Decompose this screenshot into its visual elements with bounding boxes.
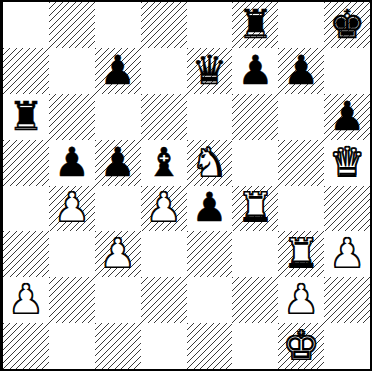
square-c6[interactable] [95,94,141,140]
square-h2[interactable] [324,277,370,323]
square-b2[interactable] [49,277,95,323]
square-d6[interactable] [141,94,187,140]
square-e3[interactable] [187,231,233,277]
square-e1[interactable] [187,323,233,369]
square-h1[interactable] [324,323,370,369]
white-queen-piece[interactable]: ♛ [329,142,365,182]
square-e7[interactable]: ♛ [187,48,233,94]
square-d3[interactable] [141,231,187,277]
square-d8[interactable] [141,2,187,48]
square-e2[interactable] [187,277,233,323]
white-pawn-piece[interactable]: ♟ [100,233,136,273]
black-queen-piece[interactable]: ♛ [192,50,228,90]
white-rook-piece[interactable]: ♜ [237,187,273,227]
square-f6[interactable] [232,94,278,140]
square-b6[interactable] [49,94,95,140]
square-b7[interactable] [49,48,95,94]
square-b4[interactable]: ♟ [49,186,95,232]
square-f3[interactable] [232,231,278,277]
square-f8[interactable]: ♜ [232,2,278,48]
square-a4[interactable] [3,186,49,232]
square-e8[interactable] [187,2,233,48]
square-d4[interactable]: ♟ [141,186,187,232]
square-c4[interactable] [95,186,141,232]
square-f1[interactable] [232,323,278,369]
square-c1[interactable] [95,323,141,369]
white-pawn-piece[interactable]: ♟ [54,187,90,227]
square-c3[interactable]: ♟ [95,231,141,277]
square-f7[interactable]: ♟ [232,48,278,94]
white-pawn-piece[interactable]: ♟ [146,187,182,227]
square-g8[interactable] [278,2,324,48]
black-bishop-piece[interactable]: ♝ [146,142,182,182]
square-d2[interactable] [141,277,187,323]
square-c2[interactable] [95,277,141,323]
chess-diagram: ♜♚♟♛♟♟♜♟♟♟♝♞♛♟♟♟♜♟♜♟♟♟♚ [0,0,372,371]
black-pawn-piece[interactable]: ♟ [237,50,273,90]
square-a1[interactable] [3,323,49,369]
square-g6[interactable] [278,94,324,140]
square-g4[interactable] [278,186,324,232]
white-pawn-piece[interactable]: ♟ [283,279,319,319]
black-pawn-piece[interactable]: ♟ [283,50,319,90]
square-a5[interactable] [3,140,49,186]
square-g3[interactable]: ♜ [278,231,324,277]
square-c8[interactable] [95,2,141,48]
white-pawn-piece[interactable]: ♟ [329,233,365,273]
black-pawn-piece[interactable]: ♟ [192,187,228,227]
square-e6[interactable] [187,94,233,140]
square-c7[interactable]: ♟ [95,48,141,94]
square-f4[interactable]: ♜ [232,186,278,232]
square-b3[interactable] [49,231,95,277]
square-h7[interactable] [324,48,370,94]
square-a6[interactable]: ♜ [3,94,49,140]
square-a3[interactable] [3,231,49,277]
square-g7[interactable]: ♟ [278,48,324,94]
black-pawn-piece[interactable]: ♟ [329,96,365,136]
square-f5[interactable] [232,140,278,186]
square-a2[interactable]: ♟ [3,277,49,323]
square-e4[interactable]: ♟ [187,186,233,232]
square-b8[interactable] [49,2,95,48]
square-b1[interactable] [49,323,95,369]
black-pawn-piece[interactable]: ♟ [54,142,90,182]
square-h8[interactable]: ♚ [324,2,370,48]
black-pawn-piece[interactable]: ♟ [100,50,136,90]
black-king-piece[interactable]: ♚ [329,4,365,44]
white-king-piece[interactable]: ♚ [283,325,319,365]
white-knight-piece[interactable]: ♞ [192,142,228,182]
square-h3[interactable]: ♟ [324,231,370,277]
square-d7[interactable] [141,48,187,94]
square-f2[interactable] [232,277,278,323]
square-d5[interactable]: ♝ [141,140,187,186]
square-g5[interactable] [278,140,324,186]
square-d1[interactable] [141,323,187,369]
square-a8[interactable] [3,2,49,48]
square-c5[interactable]: ♟ [95,140,141,186]
square-b5[interactable]: ♟ [49,140,95,186]
chess-board: ♜♚♟♛♟♟♜♟♟♟♝♞♛♟♟♟♜♟♜♟♟♟♚ [0,0,372,371]
white-rook-piece[interactable]: ♜ [283,233,319,273]
black-pawn-piece[interactable]: ♟ [100,142,136,182]
black-rook-piece[interactable]: ♜ [237,4,273,44]
square-h5[interactable]: ♛ [324,140,370,186]
square-g1[interactable]: ♚ [278,323,324,369]
square-a7[interactable] [3,48,49,94]
white-pawn-piece[interactable]: ♟ [8,279,44,319]
square-e5[interactable]: ♞ [187,140,233,186]
black-rook-piece[interactable]: ♜ [8,96,44,136]
square-h6[interactable]: ♟ [324,94,370,140]
square-h4[interactable] [324,186,370,232]
square-g2[interactable]: ♟ [278,277,324,323]
